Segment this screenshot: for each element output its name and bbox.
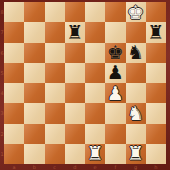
file-label-f: f	[105, 164, 125, 170]
square-g7[interactable]	[126, 22, 146, 42]
square-c3[interactable]	[45, 103, 65, 123]
square-a7[interactable]	[4, 22, 24, 42]
square-d6[interactable]	[65, 43, 85, 63]
square-d5[interactable]	[65, 63, 85, 83]
piece-white-rook[interactable]: ♜	[126, 144, 146, 164]
file-label-e: e	[85, 164, 105, 170]
piece-black-king[interactable]: ♚	[105, 43, 125, 63]
square-a6[interactable]	[4, 43, 24, 63]
square-d2[interactable]	[65, 124, 85, 144]
square-g6[interactable]: ♞	[126, 43, 146, 63]
square-f8[interactable]	[105, 2, 125, 22]
file-label-c: c	[45, 164, 65, 170]
square-h5[interactable]	[146, 63, 166, 83]
square-f4[interactable]: ♟	[105, 83, 125, 103]
square-e6[interactable]	[85, 43, 105, 63]
square-d3[interactable]	[65, 103, 85, 123]
square-b1[interactable]	[24, 144, 44, 164]
square-a5[interactable]	[4, 63, 24, 83]
square-h7[interactable]: ♜	[146, 22, 166, 42]
square-a8[interactable]	[4, 2, 24, 22]
chess-board-frame: 87654321 abcdefgh ♚♜♜♚♞♟♟♞♜♜	[0, 0, 170, 170]
square-f5[interactable]: ♟	[105, 63, 125, 83]
piece-black-knight[interactable]: ♞	[126, 43, 146, 63]
piece-white-pawn[interactable]: ♟	[105, 83, 125, 103]
square-g2[interactable]	[126, 124, 146, 144]
square-c5[interactable]	[45, 63, 65, 83]
square-e5[interactable]	[85, 63, 105, 83]
file-label-a: a	[4, 164, 24, 170]
square-d8[interactable]	[65, 2, 85, 22]
square-c8[interactable]	[45, 2, 65, 22]
square-a3[interactable]	[4, 103, 24, 123]
square-d7[interactable]: ♜	[65, 22, 85, 42]
file-labels: abcdefgh	[4, 164, 166, 170]
square-h6[interactable]	[146, 43, 166, 63]
square-c7[interactable]	[45, 22, 65, 42]
file-label-h: h	[146, 164, 166, 170]
square-b4[interactable]	[24, 83, 44, 103]
piece-white-rook[interactable]: ♜	[85, 144, 105, 164]
square-a1[interactable]	[4, 144, 24, 164]
square-b8[interactable]	[24, 2, 44, 22]
square-e1[interactable]: ♜	[85, 144, 105, 164]
square-g8[interactable]: ♚	[126, 2, 146, 22]
file-label-g: g	[126, 164, 146, 170]
file-label-d: d	[65, 164, 85, 170]
square-h2[interactable]	[146, 124, 166, 144]
piece-black-rook[interactable]: ♜	[65, 22, 85, 42]
square-a4[interactable]	[4, 83, 24, 103]
square-h3[interactable]	[146, 103, 166, 123]
square-c1[interactable]	[45, 144, 65, 164]
square-g1[interactable]: ♜	[126, 144, 146, 164]
square-a2[interactable]	[4, 124, 24, 144]
file-label-b: b	[24, 164, 44, 170]
square-d4[interactable]	[65, 83, 85, 103]
square-d1[interactable]	[65, 144, 85, 164]
square-f7[interactable]	[105, 22, 125, 42]
chess-board: ♚♜♜♚♞♟♟♞♜♜	[4, 2, 166, 164]
square-g4[interactable]	[126, 83, 146, 103]
square-f2[interactable]	[105, 124, 125, 144]
square-b2[interactable]	[24, 124, 44, 144]
square-e2[interactable]	[85, 124, 105, 144]
square-e3[interactable]	[85, 103, 105, 123]
square-e4[interactable]	[85, 83, 105, 103]
square-b3[interactable]	[24, 103, 44, 123]
square-g5[interactable]	[126, 63, 146, 83]
piece-black-pawn[interactable]: ♟	[105, 63, 125, 83]
square-e8[interactable]	[85, 2, 105, 22]
square-h8[interactable]	[146, 2, 166, 22]
piece-white-knight[interactable]: ♞	[126, 103, 146, 123]
square-b5[interactable]	[24, 63, 44, 83]
square-f1[interactable]	[105, 144, 125, 164]
square-g3[interactable]: ♞	[126, 103, 146, 123]
square-f3[interactable]	[105, 103, 125, 123]
square-b6[interactable]	[24, 43, 44, 63]
square-b7[interactable]	[24, 22, 44, 42]
square-c4[interactable]	[45, 83, 65, 103]
square-c6[interactable]	[45, 43, 65, 63]
square-e7[interactable]	[85, 22, 105, 42]
square-h1[interactable]	[146, 144, 166, 164]
square-c2[interactable]	[45, 124, 65, 144]
square-h4[interactable]	[146, 83, 166, 103]
piece-white-king[interactable]: ♚	[126, 2, 146, 22]
square-f6[interactable]: ♚	[105, 43, 125, 63]
piece-black-rook[interactable]: ♜	[146, 22, 166, 42]
